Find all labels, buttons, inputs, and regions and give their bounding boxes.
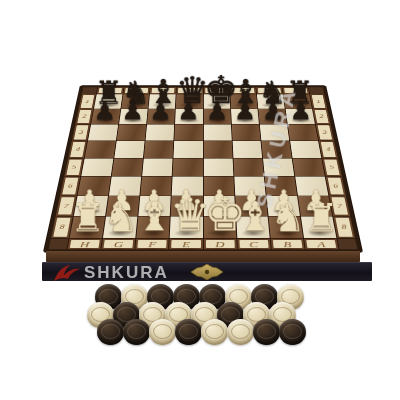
chess-board: HGFEDCBA1♜♞♝♛♚♝♞♜12♟♟♟♟♟♟♟♟2334455667♟♟♟… <box>44 86 362 252</box>
square-f7: ♟ <box>139 196 171 216</box>
square-a6 <box>295 177 328 196</box>
file-label-text: H <box>99 88 122 93</box>
square-d8: ♚ <box>203 217 235 238</box>
right-rank-label: 5 <box>322 158 341 176</box>
checkers-row-3 <box>97 319 305 345</box>
right-rank-label: 2 <box>313 109 331 124</box>
rank-label-text: 3 <box>74 125 89 139</box>
top-file-label: C <box>230 87 256 94</box>
square-g5 <box>112 158 143 176</box>
bottom-file-label: A <box>304 239 339 250</box>
checker-dark <box>97 319 124 345</box>
rank-label-text: 2 <box>77 110 91 123</box>
file-label-text: C <box>231 88 254 93</box>
checkers-tray <box>87 284 327 354</box>
square-b4 <box>261 141 291 158</box>
square-c5 <box>233 158 263 176</box>
rank-label-text: 4 <box>70 142 85 157</box>
square-a7: ♟ <box>298 196 332 216</box>
square-e2: ♟ <box>175 109 202 124</box>
square-a5 <box>293 158 325 176</box>
square-d7: ♟ <box>203 196 234 216</box>
right-rank-label: 1 <box>310 94 327 108</box>
left-rank-label: 7 <box>56 196 77 216</box>
checker-dark <box>253 319 280 345</box>
rank-label-text: 7 <box>58 197 75 215</box>
file-label-text: F <box>152 88 175 93</box>
square-e7: ♟ <box>171 196 202 216</box>
bottom-file-label: E <box>170 239 203 250</box>
rank-label-text: 5 <box>324 159 340 175</box>
rank-label-text: 7 <box>331 197 348 215</box>
square-a1: ♜ <box>283 94 312 108</box>
square-c8: ♝ <box>236 217 270 238</box>
file-label-text: E <box>178 88 201 93</box>
square-d2: ♟ <box>203 109 230 124</box>
square-f3 <box>146 125 175 141</box>
rank-label-text: 3 <box>318 125 333 139</box>
square-c7: ♟ <box>235 196 267 216</box>
product-photo: HGFEDCBA1♜♞♝♛♚♝♞♜12♟♟♟♟♟♟♟♟2334455667♟♟♟… <box>0 0 400 400</box>
square-f4 <box>144 141 174 158</box>
square-e1: ♛ <box>176 94 203 108</box>
file-label-text: A <box>306 240 336 248</box>
checker-light <box>227 319 254 345</box>
square-e8: ♛ <box>170 217 202 238</box>
square-g7: ♟ <box>106 196 139 216</box>
file-label-text: D <box>205 88 228 93</box>
square-a8: ♜ <box>301 217 337 238</box>
brass-clasp-icon <box>189 264 225 284</box>
square-d3 <box>203 125 231 141</box>
top-file-label: A <box>282 87 309 94</box>
file-label-text: B <box>258 88 281 93</box>
top-file-label: G <box>123 87 149 94</box>
square-g8: ♞ <box>103 217 138 238</box>
square-d1: ♚ <box>203 94 230 108</box>
square-a4 <box>290 141 321 158</box>
bottom-file-label: G <box>102 239 136 250</box>
file-label-text: G <box>125 88 148 93</box>
square-f5 <box>142 158 172 176</box>
bottom-file-label: H <box>68 239 103 250</box>
square-e4 <box>174 141 203 158</box>
file-label-text: A <box>284 88 307 93</box>
square-b1: ♞ <box>257 94 285 108</box>
checker-dark <box>279 319 306 345</box>
right-rank-label: 6 <box>326 177 346 196</box>
file-label-text: E <box>172 240 201 248</box>
rank-label-text: 4 <box>321 142 336 157</box>
top-file-label: B <box>256 87 282 94</box>
square-c6 <box>234 177 265 196</box>
square-e6 <box>172 177 203 196</box>
file-label-text: G <box>104 240 134 248</box>
top-file-label: H <box>97 87 124 94</box>
left-rank-label: 8 <box>51 217 73 238</box>
checker-dark <box>123 319 150 345</box>
square-c3 <box>232 125 261 141</box>
square-d6 <box>203 177 234 196</box>
bottom-file-label: C <box>237 239 271 250</box>
right-rank-label: 4 <box>319 141 338 158</box>
rank-label-text: 8 <box>53 218 70 237</box>
square-h5 <box>81 158 113 176</box>
checker-light <box>149 319 176 345</box>
right-rank-label: 7 <box>329 196 350 216</box>
square-e3 <box>175 125 203 141</box>
square-b6 <box>265 177 297 196</box>
square-h6 <box>78 177 111 196</box>
bottom-file-label: F <box>136 239 170 250</box>
rank-label-text: 6 <box>328 178 344 195</box>
square-h8: ♜ <box>70 217 106 238</box>
square-f2: ♟ <box>147 109 175 124</box>
top-file-label: E <box>177 87 203 94</box>
rank-label-text: 2 <box>315 110 329 123</box>
rank-label-text: 1 <box>312 95 326 108</box>
square-b8: ♞ <box>268 217 303 238</box>
checker-light <box>201 319 228 345</box>
square-g2: ♟ <box>119 109 148 124</box>
square-g3 <box>117 125 147 141</box>
file-label-text: C <box>239 240 268 248</box>
square-c4 <box>232 141 262 158</box>
rank-label-text: 5 <box>66 159 82 175</box>
square-h1: ♜ <box>94 94 123 108</box>
top-file-label: F <box>150 87 176 94</box>
square-h7: ♟ <box>74 196 108 216</box>
checker-dark <box>175 319 202 345</box>
frame-corner <box>49 239 69 250</box>
square-b5 <box>263 158 294 176</box>
file-label-text: D <box>205 240 234 248</box>
square-b3 <box>260 125 290 141</box>
box-front-band: SHKURA <box>42 262 372 281</box>
square-d4 <box>203 141 232 158</box>
left-rank-label: 6 <box>60 177 80 196</box>
square-h4 <box>85 141 116 158</box>
square-g6 <box>109 177 141 196</box>
board-grid: HGFEDCBA1♜♞♝♛♚♝♞♜12♟♟♟♟♟♟♟♟2334455667♟♟♟… <box>49 87 358 249</box>
square-a2: ♟ <box>285 109 314 124</box>
square-e5 <box>173 158 203 176</box>
top-file-label: D <box>203 87 229 94</box>
right-rank-label: 3 <box>316 125 334 141</box>
file-label-text: H <box>70 240 100 248</box>
file-label-text: F <box>138 240 167 248</box>
file-label-text: B <box>273 240 303 248</box>
square-h2: ♟ <box>91 109 120 124</box>
rank-label-text: 8 <box>335 218 352 237</box>
square-a3 <box>288 125 318 141</box>
square-c1: ♝ <box>230 94 257 108</box>
frame-corner <box>82 87 97 94</box>
square-f6 <box>141 177 172 196</box>
frame-corner <box>337 239 357 250</box>
square-f8: ♝ <box>137 217 171 238</box>
bottom-file-label: B <box>270 239 304 250</box>
square-g4 <box>114 141 144 158</box>
bottom-file-label: D <box>203 239 236 250</box>
brand-logo-icon <box>52 261 82 287</box>
rank-label-text: 6 <box>62 178 78 195</box>
frame-corner <box>309 87 324 94</box>
square-d5 <box>203 158 233 176</box>
square-h3 <box>88 125 118 141</box>
watermark-brand-text: SHKURA <box>84 264 169 281</box>
square-b2: ♟ <box>258 109 287 124</box>
chess-board-scene: HGFEDCBA1♜♞♝♛♚♝♞♜12♟♟♟♟♟♟♟♟2334455667♟♟♟… <box>44 0 362 252</box>
square-c2: ♟ <box>231 109 259 124</box>
right-rank-label: 8 <box>333 217 355 238</box>
square-f1: ♝ <box>149 94 176 108</box>
square-b7: ♟ <box>266 196 299 216</box>
square-g1: ♞ <box>121 94 149 108</box>
rank-label-text: 1 <box>81 95 95 108</box>
